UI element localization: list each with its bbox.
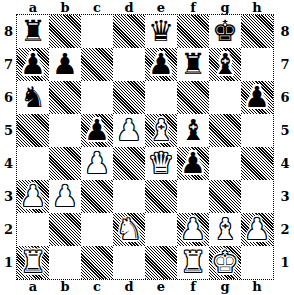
piece-black-rook[interactable]: ♜	[180, 48, 206, 81]
square-g6[interactable]	[209, 81, 241, 114]
square-f5[interactable]: ♝	[177, 114, 209, 147]
square-g4[interactable]	[209, 147, 241, 180]
rank-label-1: 1	[276, 246, 294, 279]
file-label-e: e	[145, 279, 177, 295]
square-a4[interactable]	[17, 147, 49, 180]
rank-label-7: 7	[0, 48, 17, 81]
square-f3[interactable]	[177, 180, 209, 213]
square-c6[interactable]	[81, 81, 113, 114]
square-a5[interactable]	[17, 114, 49, 147]
file-label-c: c	[81, 0, 113, 16]
square-c7[interactable]	[81, 48, 113, 81]
square-e1[interactable]	[145, 246, 177, 279]
square-g2[interactable]: ♝	[209, 213, 241, 246]
chess-diagram: abcdefgh 87654321 ♜♛♚♟♟♟♜♝♞♟♟♟♝♝♟♛♟♟♟♞♟♝…	[0, 0, 294, 295]
piece-white-bishop[interactable]: ♝	[148, 114, 174, 147]
piece-white-bishop[interactable]: ♝	[212, 213, 238, 246]
piece-black-pawn[interactable]: ♟	[180, 147, 206, 180]
rank-label-5: 5	[0, 114, 17, 147]
rank-label-6: 6	[0, 81, 17, 114]
piece-white-pawn[interactable]: ♟	[180, 213, 206, 246]
rank-label-1: 1	[0, 246, 17, 279]
square-f4[interactable]: ♟	[177, 147, 209, 180]
square-f6[interactable]	[177, 81, 209, 114]
piece-black-pawn[interactable]: ♟	[244, 81, 270, 114]
rank-label-3: 3	[0, 180, 17, 213]
file-labels-bottom: abcdefgh	[17, 279, 273, 295]
piece-white-pawn[interactable]: ♟	[244, 213, 270, 246]
square-e6[interactable]	[145, 81, 177, 114]
file-label-h: h	[241, 279, 273, 295]
square-d3[interactable]	[113, 180, 145, 213]
rank-label-6: 6	[276, 81, 294, 114]
square-d2[interactable]: ♞	[113, 213, 145, 246]
piece-white-king[interactable]: ♚	[212, 246, 238, 279]
square-b5[interactable]	[49, 114, 81, 147]
file-label-c: c	[81, 279, 113, 295]
square-b8[interactable]	[49, 15, 81, 48]
square-d5[interactable]: ♟	[113, 114, 145, 147]
piece-black-bishop[interactable]: ♝	[180, 114, 206, 147]
piece-white-pawn[interactable]: ♟	[116, 114, 142, 147]
piece-white-knight[interactable]: ♞	[116, 213, 142, 246]
piece-black-queen[interactable]: ♛	[148, 15, 174, 48]
square-b4[interactable]	[49, 147, 81, 180]
piece-black-pawn[interactable]: ♟	[52, 48, 78, 81]
rank-label-4: 4	[0, 147, 17, 180]
file-label-f: f	[177, 279, 209, 295]
board[interactable]: ♜♛♚♟♟♟♜♝♞♟♟♟♝♝♟♛♟♟♟♞♟♝♟♜♜♚	[17, 15, 273, 279]
piece-black-pawn[interactable]: ♟	[20, 48, 46, 81]
square-g8[interactable]: ♚	[209, 15, 241, 48]
square-e5[interactable]: ♝	[145, 114, 177, 147]
file-labels-top: abcdefgh	[17, 0, 273, 15]
rank-label-4: 4	[276, 147, 294, 180]
square-c4[interactable]: ♟	[81, 147, 113, 180]
square-d1[interactable]	[113, 246, 145, 279]
file-label-a: a	[17, 279, 49, 295]
square-h3[interactable]	[241, 180, 273, 213]
square-h5[interactable]	[241, 114, 273, 147]
square-a2[interactable]	[17, 213, 49, 246]
file-label-g: g	[209, 279, 241, 295]
rank-label-8: 8	[0, 15, 17, 48]
piece-black-pawn[interactable]: ♟	[148, 48, 174, 81]
square-a7[interactable]: ♟	[17, 48, 49, 81]
square-h4[interactable]	[241, 147, 273, 180]
square-b1[interactable]	[49, 246, 81, 279]
square-f8[interactable]	[177, 15, 209, 48]
rank-label-2: 2	[0, 213, 17, 246]
square-f7[interactable]: ♜	[177, 48, 209, 81]
square-d6[interactable]	[113, 81, 145, 114]
piece-white-pawn[interactable]: ♟	[52, 180, 78, 213]
square-g1[interactable]: ♚	[209, 246, 241, 279]
square-e7[interactable]: ♟	[145, 48, 177, 81]
piece-white-pawn[interactable]: ♟	[84, 147, 110, 180]
rank-label-2: 2	[276, 213, 294, 246]
square-d4[interactable]	[113, 147, 145, 180]
square-h8[interactable]	[241, 15, 273, 48]
square-e4[interactable]: ♛	[145, 147, 177, 180]
file-label-f: f	[177, 0, 209, 16]
square-h6[interactable]: ♟	[241, 81, 273, 114]
square-b2[interactable]	[49, 213, 81, 246]
square-h7[interactable]	[241, 48, 273, 81]
square-h1[interactable]	[241, 246, 273, 279]
piece-black-bishop[interactable]: ♝	[212, 48, 238, 81]
rank-label-7: 7	[276, 48, 294, 81]
rank-labels-left: 87654321	[0, 15, 17, 279]
file-label-d: d	[113, 0, 145, 16]
square-a3[interactable]: ♟	[17, 180, 49, 213]
piece-white-queen[interactable]: ♛	[148, 147, 174, 180]
square-g7[interactable]: ♝	[209, 48, 241, 81]
piece-white-rook[interactable]: ♜	[180, 246, 206, 279]
square-e2[interactable]	[145, 213, 177, 246]
square-c3[interactable]	[81, 180, 113, 213]
rank-label-8: 8	[276, 15, 294, 48]
square-g3[interactable]	[209, 180, 241, 213]
rank-label-5: 5	[276, 114, 294, 147]
file-label-h: h	[241, 0, 273, 16]
piece-black-pawn[interactable]: ♟	[84, 114, 110, 147]
square-c2[interactable]	[81, 213, 113, 246]
square-c1[interactable]	[81, 246, 113, 279]
square-a8[interactable]: ♜	[17, 15, 49, 48]
piece-black-rook[interactable]: ♜	[20, 15, 46, 48]
piece-black-knight[interactable]: ♞	[20, 81, 46, 114]
rank-labels-right: 87654321	[276, 15, 294, 279]
square-a1[interactable]: ♜	[17, 246, 49, 279]
square-b7[interactable]: ♟	[49, 48, 81, 81]
square-b6[interactable]	[49, 81, 81, 114]
piece-white-rook[interactable]: ♜	[20, 246, 46, 279]
square-a6[interactable]: ♞	[17, 81, 49, 114]
square-e8[interactable]: ♛	[145, 15, 177, 48]
square-h2[interactable]: ♟	[241, 213, 273, 246]
file-label-b: b	[49, 279, 81, 295]
square-c8[interactable]	[81, 15, 113, 48]
square-e3[interactable]	[145, 180, 177, 213]
square-d8[interactable]	[113, 15, 145, 48]
square-c5[interactable]: ♟	[81, 114, 113, 147]
piece-white-pawn[interactable]: ♟	[20, 180, 46, 213]
square-f1[interactable]: ♜	[177, 246, 209, 279]
file-label-b: b	[49, 0, 81, 16]
square-f2[interactable]: ♟	[177, 213, 209, 246]
file-label-d: d	[113, 279, 145, 295]
square-d7[interactable]	[113, 48, 145, 81]
square-b3[interactable]: ♟	[49, 180, 81, 213]
rank-label-3: 3	[276, 180, 294, 213]
square-g5[interactable]	[209, 114, 241, 147]
piece-black-king[interactable]: ♚	[212, 15, 238, 48]
